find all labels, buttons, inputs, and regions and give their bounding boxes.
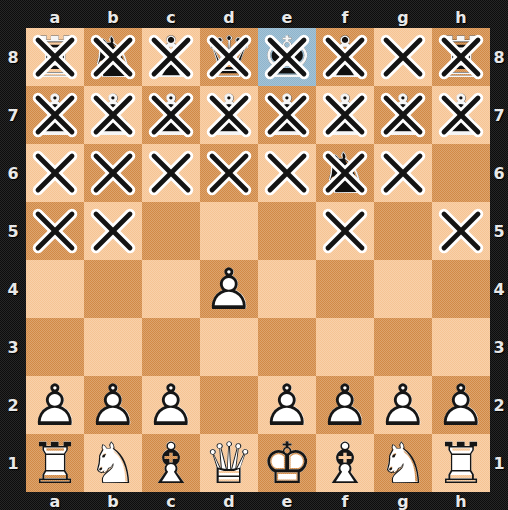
white-pawn: ♟	[84, 376, 142, 434]
square-c4[interactable]	[142, 260, 200, 318]
black-knight-detail: ♘	[316, 144, 374, 202]
x-mark-icon	[200, 28, 258, 86]
black-pawn-detail: ♙	[26, 86, 84, 144]
black-pawn: ♟	[200, 86, 258, 144]
white-rook-detail: ♖	[26, 434, 84, 492]
square-f7[interactable]: ♟♙	[316, 86, 374, 144]
square-b8[interactable]: ♞♘	[84, 28, 142, 86]
black-pawn: ♟	[26, 86, 84, 144]
x-mark-icon	[374, 28, 432, 86]
white-pawn-detail: ♙	[200, 260, 258, 318]
black-bishop-detail: ♗	[142, 28, 200, 86]
rank-label-right-4: 4	[490, 260, 508, 318]
square-e5[interactable]	[258, 202, 316, 260]
x-mark-icon	[26, 28, 84, 86]
black-pawn: ♟	[432, 86, 490, 144]
white-pawn: ♟	[316, 376, 374, 434]
square-a3[interactable]	[26, 318, 84, 376]
white-king-detail: ♔	[258, 434, 316, 492]
white-pawn: ♟	[432, 376, 490, 434]
black-pawn-detail: ♙	[374, 86, 432, 144]
black-bishop: ♝	[142, 28, 200, 86]
black-knight: ♞	[84, 28, 142, 86]
square-g4[interactable]	[374, 260, 432, 318]
square-c3[interactable]	[142, 318, 200, 376]
white-pawn: ♟	[26, 376, 84, 434]
rank-label-left-5: 5	[0, 202, 26, 260]
file-label-top-b: b	[84, 0, 142, 28]
black-rook: ♜	[432, 28, 490, 86]
x-mark-icon	[200, 144, 258, 202]
white-pawn: ♟	[258, 376, 316, 434]
black-pawn-detail: ♙	[142, 86, 200, 144]
black-rook-detail: ♖	[26, 28, 84, 86]
white-rook-detail: ♖	[432, 434, 490, 492]
x-mark-icon	[258, 144, 316, 202]
x-mark-icon	[316, 202, 374, 260]
square-f2[interactable]: ♟♙	[316, 376, 374, 434]
black-pawn-detail: ♙	[84, 86, 142, 144]
x-mark-icon	[26, 86, 84, 144]
square-e1[interactable]: ♚♔	[258, 434, 316, 492]
white-bishop: ♝	[316, 434, 374, 492]
file-label-top-e: e	[258, 0, 316, 28]
square-a1[interactable]: ♜♖	[26, 434, 84, 492]
black-pawn: ♟	[142, 86, 200, 144]
square-h7[interactable]: ♟♙	[432, 86, 490, 144]
square-g8[interactable]	[374, 28, 432, 86]
file-label-top-f: f	[316, 0, 374, 28]
rank-label-right-2: 2	[490, 376, 508, 434]
black-pawn: ♟	[316, 86, 374, 144]
chess-app-window: abcdefgh abcdefgh 87654321 87654321 ♜♖♞♘…	[0, 0, 508, 510]
x-mark-icon	[26, 202, 84, 260]
x-mark-icon	[316, 144, 374, 202]
black-pawn-detail: ♙	[200, 86, 258, 144]
square-c8[interactable]: ♝♗	[142, 28, 200, 86]
white-pawn-detail: ♙	[316, 376, 374, 434]
square-g5[interactable]	[374, 202, 432, 260]
square-h6[interactable]	[432, 144, 490, 202]
square-c1[interactable]: ♝♗	[142, 434, 200, 492]
x-mark-icon	[84, 86, 142, 144]
file-labels-top: abcdefgh	[26, 0, 490, 28]
file-label-bottom-c: c	[142, 492, 200, 510]
square-e7[interactable]: ♟♙	[258, 86, 316, 144]
black-rook: ♜	[26, 28, 84, 86]
rank-label-left-3: 3	[0, 318, 26, 376]
black-pawn: ♟	[84, 86, 142, 144]
rank-label-right-3: 3	[490, 318, 508, 376]
square-c5[interactable]	[142, 202, 200, 260]
file-label-top-a: a	[26, 0, 84, 28]
square-e2[interactable]: ♟♙	[258, 376, 316, 434]
white-pawn-detail: ♙	[26, 376, 84, 434]
white-rook: ♜	[432, 434, 490, 492]
file-label-top-h: h	[432, 0, 490, 28]
x-mark-icon	[316, 86, 374, 144]
black-queen-detail: ♕	[200, 28, 258, 86]
file-label-top-c: c	[142, 0, 200, 28]
white-rook: ♜	[26, 434, 84, 492]
white-pawn-detail: ♙	[84, 376, 142, 434]
square-f8[interactable]: ♝♗	[316, 28, 374, 86]
rank-label-right-5: 5	[490, 202, 508, 260]
black-bishop: ♝	[316, 28, 374, 86]
square-d4[interactable]: ♟♙	[200, 260, 258, 318]
x-mark-icon	[258, 86, 316, 144]
white-king: ♚	[258, 434, 316, 492]
square-e3[interactable]	[258, 318, 316, 376]
square-h8[interactable]: ♜♖	[432, 28, 490, 86]
white-bishop-detail: ♗	[316, 434, 374, 492]
square-f3[interactable]	[316, 318, 374, 376]
white-pawn: ♟	[374, 376, 432, 434]
rank-label-left-8: 8	[0, 28, 26, 86]
square-b6[interactable]	[84, 144, 142, 202]
rank-labels-left: 87654321	[0, 28, 26, 492]
square-b7[interactable]: ♟♙	[84, 86, 142, 144]
square-d2[interactable]	[200, 376, 258, 434]
black-knight-detail: ♘	[84, 28, 142, 86]
white-queen: ♛	[200, 434, 258, 492]
square-f1[interactable]: ♝♗	[316, 434, 374, 492]
black-pawn: ♟	[374, 86, 432, 144]
square-g2[interactable]: ♟♙	[374, 376, 432, 434]
white-pawn-detail: ♙	[258, 376, 316, 434]
square-e6[interactable]	[258, 144, 316, 202]
white-bishop-detail: ♗	[142, 434, 200, 492]
square-d8[interactable]: ♛♕	[200, 28, 258, 86]
white-knight: ♞	[84, 434, 142, 492]
square-h3[interactable]	[432, 318, 490, 376]
black-queen: ♛	[200, 28, 258, 86]
square-b3[interactable]	[84, 318, 142, 376]
x-mark-icon	[432, 86, 490, 144]
black-pawn: ♟	[258, 86, 316, 144]
x-mark-icon	[84, 144, 142, 202]
white-knight-detail: ♘	[374, 434, 432, 492]
rank-label-right-8: 8	[490, 28, 508, 86]
black-king-detail: ♔	[258, 28, 316, 86]
square-d6[interactable]	[200, 144, 258, 202]
file-label-bottom-e: e	[258, 492, 316, 510]
square-b5[interactable]	[84, 202, 142, 260]
square-a4[interactable]	[26, 260, 84, 318]
x-mark-icon	[84, 202, 142, 260]
black-pawn-detail: ♙	[258, 86, 316, 144]
square-g7[interactable]: ♟♙	[374, 86, 432, 144]
white-pawn: ♟	[142, 376, 200, 434]
x-mark-icon	[316, 28, 374, 86]
rank-label-right-1: 1	[490, 434, 508, 492]
x-mark-icon	[374, 86, 432, 144]
square-f6[interactable]: ♞♘	[316, 144, 374, 202]
rank-label-left-7: 7	[0, 86, 26, 144]
square-b2[interactable]: ♟♙	[84, 376, 142, 434]
square-c7[interactable]: ♟♙	[142, 86, 200, 144]
square-h1[interactable]: ♜♖	[432, 434, 490, 492]
x-mark-icon	[432, 28, 490, 86]
file-label-bottom-g: g	[374, 492, 432, 510]
file-label-bottom-h: h	[432, 492, 490, 510]
square-e4[interactable]	[258, 260, 316, 318]
square-h4[interactable]	[432, 260, 490, 318]
file-label-top-d: d	[200, 0, 258, 28]
square-d5[interactable]	[200, 202, 258, 260]
white-knight-detail: ♘	[84, 434, 142, 492]
square-h5[interactable]	[432, 202, 490, 260]
x-mark-icon	[200, 86, 258, 144]
square-a7[interactable]: ♟♙	[26, 86, 84, 144]
square-g1[interactable]: ♞♘	[374, 434, 432, 492]
square-g6[interactable]	[374, 144, 432, 202]
x-mark-icon	[142, 144, 200, 202]
square-c2[interactable]: ♟♙	[142, 376, 200, 434]
rank-labels-right: 87654321	[490, 28, 508, 492]
white-bishop: ♝	[142, 434, 200, 492]
white-queen-detail: ♕	[200, 434, 258, 492]
black-knight: ♞	[316, 144, 374, 202]
black-bishop-detail: ♗	[316, 28, 374, 86]
file-label-bottom-a: a	[26, 492, 84, 510]
rank-label-left-2: 2	[0, 376, 26, 434]
square-a6[interactable]	[26, 144, 84, 202]
square-f4[interactable]	[316, 260, 374, 318]
square-d1[interactable]: ♛♕	[200, 434, 258, 492]
rank-label-right-7: 7	[490, 86, 508, 144]
file-label-bottom-b: b	[84, 492, 142, 510]
square-f5[interactable]	[316, 202, 374, 260]
square-d7[interactable]: ♟♙	[200, 86, 258, 144]
x-mark-icon	[142, 86, 200, 144]
black-king: ♚	[258, 28, 316, 86]
white-knight: ♞	[374, 434, 432, 492]
square-a5[interactable]	[26, 202, 84, 260]
rank-label-right-6: 6	[490, 144, 508, 202]
square-a2[interactable]: ♟♙	[26, 376, 84, 434]
square-b1[interactable]: ♞♘	[84, 434, 142, 492]
square-g3[interactable]	[374, 318, 432, 376]
file-label-bottom-d: d	[200, 492, 258, 510]
x-mark-icon	[84, 28, 142, 86]
black-rook-detail: ♖	[432, 28, 490, 86]
file-labels-bottom: abcdefgh	[26, 492, 490, 510]
file-label-bottom-f: f	[316, 492, 374, 510]
square-c6[interactable]	[142, 144, 200, 202]
black-pawn-detail: ♙	[432, 86, 490, 144]
file-label-top-g: g	[374, 0, 432, 28]
square-h2[interactable]: ♟♙	[432, 376, 490, 434]
x-mark-icon	[258, 28, 316, 86]
white-pawn-detail: ♙	[432, 376, 490, 434]
white-pawn-detail: ♙	[142, 376, 200, 434]
chess-board: ♜♖♞♘♝♗♛♕♚♔♝♗♜♖♟♙♟♙♟♙♟♙♟♙♟♙♟♙♟♙♞♘♟♙♟♙♟♙♟♙…	[26, 28, 490, 492]
white-pawn-detail: ♙	[374, 376, 432, 434]
square-e8[interactable]: ♚♔	[258, 28, 316, 86]
rank-label-left-1: 1	[0, 434, 26, 492]
x-mark-icon	[374, 144, 432, 202]
x-mark-icon	[432, 202, 490, 260]
square-d3[interactable]	[200, 318, 258, 376]
square-a8[interactable]: ♜♖	[26, 28, 84, 86]
white-pawn: ♟	[200, 260, 258, 318]
rank-label-left-6: 6	[0, 144, 26, 202]
black-pawn-detail: ♙	[316, 86, 374, 144]
rank-label-left-4: 4	[0, 260, 26, 318]
x-mark-icon	[26, 144, 84, 202]
x-mark-icon	[142, 28, 200, 86]
square-b4[interactable]	[84, 260, 142, 318]
